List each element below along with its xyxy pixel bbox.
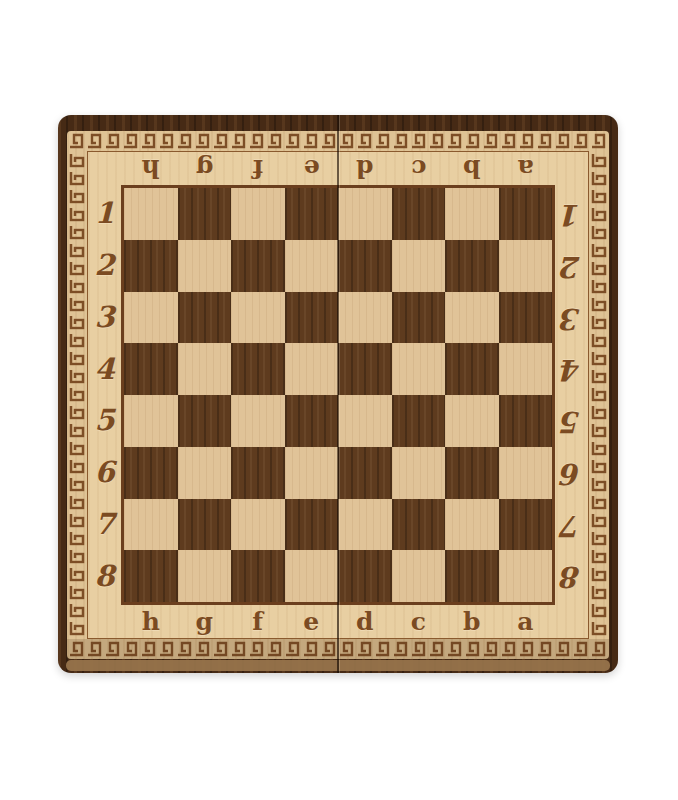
square-e8: [285, 550, 339, 602]
square-a3: [499, 292, 553, 344]
square-c5: [392, 395, 446, 447]
square-h1: [124, 188, 178, 240]
square-g1: [178, 188, 232, 240]
square-e3: [285, 292, 339, 344]
rank-label-left-2: 2: [88, 240, 121, 292]
rank-label-left-4: 4: [88, 343, 121, 395]
square-e6: [285, 447, 339, 499]
file-label-bottom-f: f: [231, 605, 285, 638]
square-e7: [285, 499, 339, 551]
rank-label-right-3: 3: [555, 292, 588, 344]
square-e1: [285, 188, 339, 240]
square-c1: [392, 188, 446, 240]
square-h7: [124, 499, 178, 551]
square-d1: [338, 188, 392, 240]
square-c4: [392, 343, 446, 395]
meander-pattern-right: [589, 151, 609, 639]
square-g4: [178, 343, 232, 395]
rank-labels-right: 12345678: [555, 188, 588, 602]
square-f7: [231, 499, 285, 551]
square-d3: [338, 292, 392, 344]
square-e2: [285, 240, 339, 292]
square-f4: [231, 343, 285, 395]
square-b1: [445, 188, 499, 240]
square-a7: [499, 499, 553, 551]
square-c7: [392, 499, 446, 551]
meander-band-left: [67, 151, 87, 639]
square-d4: [338, 343, 392, 395]
square-a1: [499, 188, 553, 240]
rank-label-right-5: 5: [555, 395, 588, 447]
square-d8: [338, 550, 392, 602]
square-g3: [178, 292, 232, 344]
square-h6: [124, 447, 178, 499]
square-c3: [392, 292, 446, 344]
rank-label-right-2: 2: [555, 240, 588, 292]
file-label-top-f: f: [231, 152, 285, 185]
square-b6: [445, 447, 499, 499]
rank-label-right-6: 6: [555, 447, 588, 499]
square-a8: [499, 550, 553, 602]
square-d2: [338, 240, 392, 292]
file-label-bottom-c: c: [392, 605, 446, 638]
square-e4: [285, 343, 339, 395]
file-label-bottom-a: a: [499, 605, 553, 638]
file-label-bottom-g: g: [178, 605, 232, 638]
file-label-bottom-e: e: [285, 605, 339, 638]
square-h3: [124, 292, 178, 344]
rank-label-left-1: 1: [88, 188, 121, 240]
rank-label-right-7: 7: [555, 499, 588, 551]
square-h8: [124, 550, 178, 602]
rank-label-left-5: 5: [88, 395, 121, 447]
rank-label-right-4: 4: [555, 343, 588, 395]
file-label-top-e: e: [285, 152, 339, 185]
file-label-top-h: h: [124, 152, 178, 185]
square-f5: [231, 395, 285, 447]
square-a6: [499, 447, 553, 499]
square-g6: [178, 447, 232, 499]
square-h5: [124, 395, 178, 447]
fold-seam: [337, 115, 339, 673]
square-g8: [178, 550, 232, 602]
file-label-top-b: b: [445, 152, 499, 185]
square-b7: [445, 499, 499, 551]
square-b2: [445, 240, 499, 292]
square-f1: [231, 188, 285, 240]
square-f2: [231, 240, 285, 292]
chess-board: hgfedcba hgfedcba 12345678 12345678: [58, 115, 618, 673]
square-h4: [124, 343, 178, 395]
square-g5: [178, 395, 232, 447]
file-label-top-d: d: [338, 152, 392, 185]
square-a2: [499, 240, 553, 292]
file-label-top-g: g: [178, 152, 232, 185]
rank-label-right-8: 8: [555, 550, 588, 602]
square-g7: [178, 499, 232, 551]
square-f3: [231, 292, 285, 344]
rank-label-right-1: 1: [555, 188, 588, 240]
file-label-top-a: a: [499, 152, 553, 185]
square-b3: [445, 292, 499, 344]
file-label-bottom-h: h: [124, 605, 178, 638]
rank-label-left-3: 3: [88, 292, 121, 344]
file-label-bottom-b: b: [445, 605, 499, 638]
square-d5: [338, 395, 392, 447]
square-h2: [124, 240, 178, 292]
meander-band-right: [589, 151, 609, 639]
square-c8: [392, 550, 446, 602]
square-d6: [338, 447, 392, 499]
square-g2: [178, 240, 232, 292]
square-d7: [338, 499, 392, 551]
file-label-bottom-d: d: [338, 605, 392, 638]
square-b8: [445, 550, 499, 602]
square-a4: [499, 343, 553, 395]
square-f6: [231, 447, 285, 499]
square-c6: [392, 447, 446, 499]
board-photo: hgfedcba hgfedcba 12345678 12345678: [0, 0, 678, 800]
meander-pattern-left: [67, 151, 87, 639]
square-f8: [231, 550, 285, 602]
rank-label-left-8: 8: [88, 550, 121, 602]
square-e5: [285, 395, 339, 447]
rank-label-left-7: 7: [88, 499, 121, 551]
square-b5: [445, 395, 499, 447]
square-a5: [499, 395, 553, 447]
rank-labels-left: 12345678: [88, 188, 121, 602]
rank-label-left-6: 6: [88, 447, 121, 499]
square-b4: [445, 343, 499, 395]
file-label-top-c: c: [392, 152, 446, 185]
square-c2: [392, 240, 446, 292]
